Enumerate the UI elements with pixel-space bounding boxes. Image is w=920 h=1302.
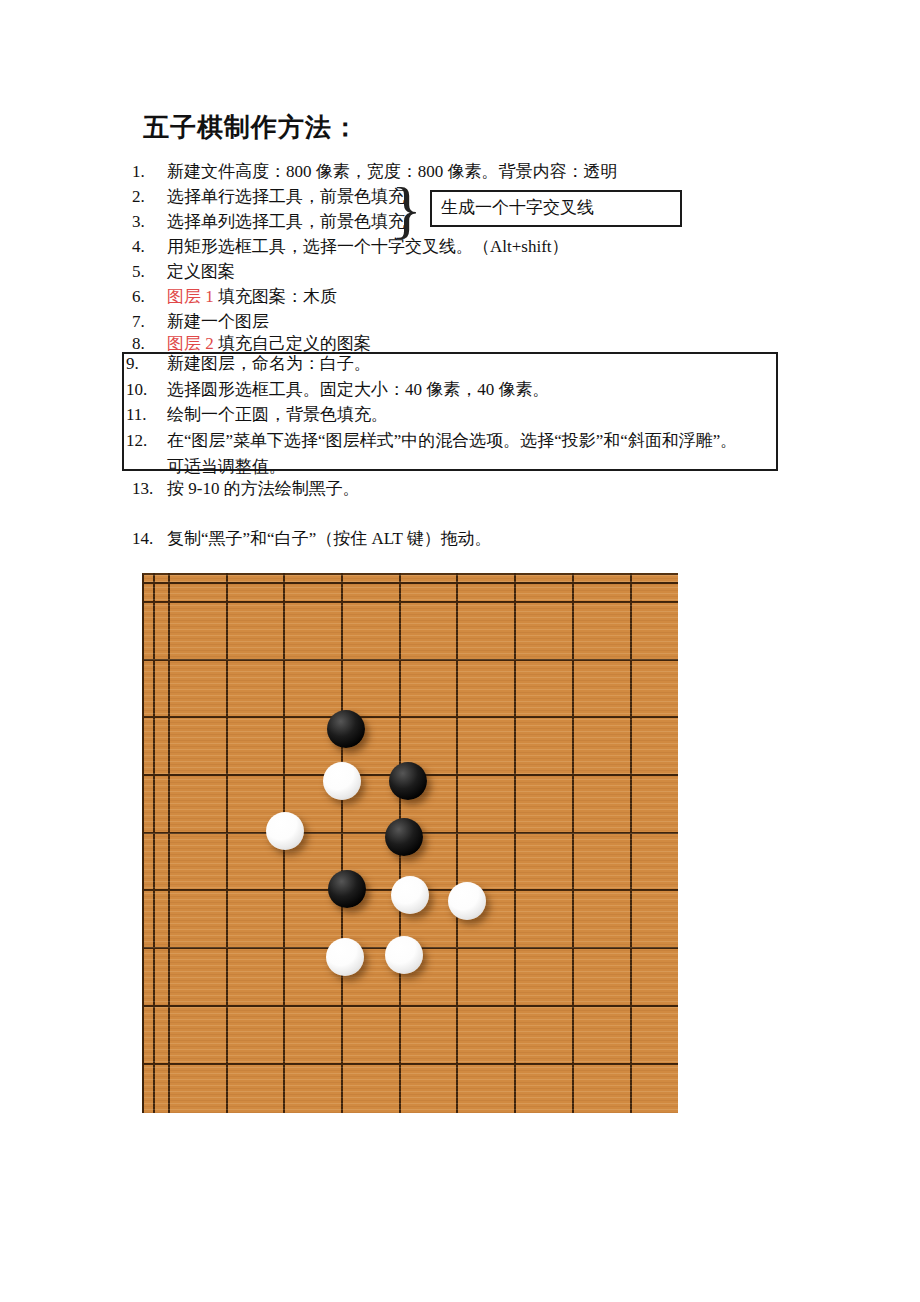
step-2: 2.选择单行选择工具，前景色填充 bbox=[132, 184, 405, 210]
callout-box: 生成一个十字交叉线 bbox=[430, 190, 682, 227]
step-text: 选择单行选择工具，前景色填充 bbox=[167, 187, 405, 206]
step-number: 13. bbox=[132, 476, 167, 502]
step-text: 用矩形选框工具，选择一个十字交叉线。（Alt+shift） bbox=[167, 237, 569, 256]
stone-white bbox=[326, 938, 364, 976]
step-13: 13.按 9-10 的方法绘制黑子。 bbox=[132, 476, 360, 502]
step-1: 1.新建文件高度：800 像素，宽度：800 像素。背景内容：透明 bbox=[132, 159, 618, 185]
step-text: 新建一个图层 bbox=[167, 312, 269, 331]
step-text: 按 9-10 的方法绘制黑子。 bbox=[167, 479, 360, 498]
step-14: 14.复制“黑子”和“白子”（按住 ALT 键）拖动。 bbox=[132, 526, 492, 552]
step-number: 6. bbox=[132, 284, 167, 310]
step-text: 选择单列选择工具，前景色填充 bbox=[167, 212, 405, 231]
step-number: 1. bbox=[132, 159, 167, 185]
step-number: 9. bbox=[126, 351, 167, 377]
stone-white bbox=[385, 936, 423, 974]
step-6: 6.图层 1 填充图案：木质 bbox=[132, 284, 337, 310]
page-title: 五子棋制作方法： bbox=[143, 110, 359, 145]
step-text: 新建图层，命名为：白子。 bbox=[167, 354, 371, 373]
step-12: 12.在“图层”菜单下选择“图层样式”中的混合选项。选择“投影”和“斜面和浮雕”… bbox=[126, 428, 737, 454]
stone-black bbox=[389, 762, 427, 800]
stone-white bbox=[391, 876, 429, 914]
step-number: 3. bbox=[132, 209, 167, 235]
step-10: 10.选择圆形选框工具。固定大小：40 像素，40 像素。 bbox=[126, 377, 550, 403]
step-11: 11.绘制一个正圆，背景色填充。 bbox=[126, 402, 388, 428]
step-text: 复制“黑子”和“白子”（按住 ALT 键）拖动。 bbox=[167, 529, 492, 548]
stone-black bbox=[327, 710, 365, 748]
step-number: 5. bbox=[132, 259, 167, 285]
step-text-red: 图层 1 bbox=[167, 287, 214, 306]
gomoku-board bbox=[142, 573, 678, 1113]
stone-white bbox=[323, 762, 361, 800]
step-number: 4. bbox=[132, 234, 167, 260]
step-text: 定义图案 bbox=[167, 262, 235, 281]
step-text: 绘制一个正圆，背景色填充。 bbox=[167, 405, 388, 424]
stone-black bbox=[385, 818, 423, 856]
step-text: 在“图层”菜单下选择“图层样式”中的混合选项。选择“投影”和“斜面和浮雕”。 bbox=[167, 431, 737, 450]
step-number: 2. bbox=[132, 184, 167, 210]
stone-white bbox=[266, 812, 304, 850]
document-page: 五子棋制作方法： 1.新建文件高度：800 像素，宽度：800 像素。背景内容：… bbox=[0, 0, 920, 1302]
step-9: 9.新建图层，命名为：白子。 bbox=[126, 351, 371, 377]
step-text: 选择圆形选框工具。固定大小：40 像素，40 像素。 bbox=[167, 380, 550, 399]
stone-black bbox=[328, 870, 366, 908]
step-4: 4.用矩形选框工具，选择一个十字交叉线。（Alt+shift） bbox=[132, 234, 569, 260]
step-number: 12. bbox=[126, 428, 167, 454]
step-number: 11. bbox=[126, 402, 167, 428]
stones-layer bbox=[144, 575, 678, 1113]
step-5: 5.定义图案 bbox=[132, 259, 235, 285]
curly-brace: } bbox=[391, 181, 419, 241]
stone-white bbox=[448, 882, 486, 920]
step-number: 14. bbox=[132, 526, 167, 552]
callout-label: 生成一个十字交叉线 bbox=[432, 192, 680, 224]
step-3: 3.选择单列选择工具，前景色填充 bbox=[132, 209, 405, 235]
step-number: 10. bbox=[126, 377, 167, 403]
step-text: 填充图案：木质 bbox=[214, 287, 337, 306]
